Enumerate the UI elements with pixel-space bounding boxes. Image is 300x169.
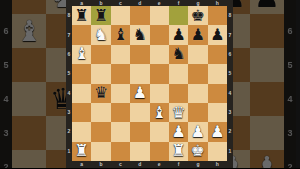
square-b4[interactable]: ♛ (91, 84, 110, 103)
square-g5[interactable] (188, 64, 207, 83)
square-f8[interactable] (169, 6, 188, 25)
square-c7[interactable]: ♝ (111, 25, 130, 44)
square-f3[interactable]: ♛ (169, 103, 188, 122)
black-knight-f6[interactable]: ♞ (171, 46, 185, 62)
square-h6[interactable] (208, 45, 227, 64)
square-d1[interactable] (130, 142, 149, 161)
rank-label-7-right: 7 (284, 0, 296, 14)
white-pawn-h2: ♟ (254, 153, 280, 169)
square-b1[interactable] (91, 142, 110, 161)
rank-label-6-right: 6 (227, 45, 233, 64)
file-label-h-bottom: h (208, 161, 227, 168)
square-g4[interactable] (188, 84, 207, 103)
rank-label-2-right: 2 (284, 150, 296, 168)
black-pawn-g7[interactable]: ♟ (191, 27, 205, 43)
square-d7[interactable]: ♞ (130, 25, 149, 44)
file-label-e-bottom: e (150, 161, 169, 168)
square-h7[interactable]: ♟ (208, 25, 227, 44)
file-label-a-bottom: a (72, 161, 91, 168)
square-g8[interactable]: ♚ (188, 6, 207, 25)
white-knight-b7[interactable]: ♞ (94, 27, 108, 43)
white-bishop-a6: ♝ (16, 17, 42, 46)
square-g3[interactable] (188, 103, 207, 122)
white-bishop-a6[interactable]: ♝ (75, 46, 89, 62)
black-queen-b4[interactable]: ♛ (94, 85, 108, 101)
square-h4 (250, 82, 284, 116)
square-h4[interactable] (208, 84, 227, 103)
rank-label-5-left: 5 (0, 48, 12, 82)
square-g6[interactable] (188, 45, 207, 64)
file-label-b-bottom: b (91, 161, 110, 168)
square-b5[interactable] (91, 64, 110, 83)
square-d6[interactable] (130, 45, 149, 64)
square-g7[interactable]: ♟ (188, 25, 207, 44)
square-a1[interactable]: ♜ (72, 142, 91, 161)
black-rook-a8[interactable]: ♜ (75, 8, 89, 24)
square-a8[interactable]: ♜ (72, 6, 91, 25)
square-h8[interactable] (208, 6, 227, 25)
white-rook-a1[interactable]: ♜ (75, 143, 89, 159)
black-pawn-h7: ♟ (254, 0, 280, 12)
square-d5[interactable] (130, 64, 149, 83)
square-f7[interactable]: ♟ (169, 25, 188, 44)
square-g1[interactable]: ♚ (188, 142, 207, 161)
square-h3[interactable] (208, 103, 227, 122)
file-label-d-bottom: d (130, 161, 149, 168)
square-e4[interactable] (150, 84, 169, 103)
black-rook-b8[interactable]: ♜ (94, 8, 108, 24)
square-a2[interactable] (72, 122, 91, 141)
square-e5[interactable] (150, 64, 169, 83)
rank-label-3-right: 3 (227, 103, 233, 122)
square-b2[interactable] (91, 122, 110, 141)
video-frame: abcdefgh8♜♜♚87♞♝♞♟♟♟76♝♞6554♛♟43♝♛32♟♟♟2… (0, 0, 300, 168)
square-c3[interactable] (111, 103, 130, 122)
rank-label-2-left: 2 (0, 150, 12, 168)
square-h7: ♟ (250, 0, 284, 14)
chess-board: abcdefgh8♜♜♚87♞♝♞♟♟♟76♝♞6554♛♟43♝♛32♟♟♟2… (66, 0, 233, 168)
square-d2[interactable] (130, 122, 149, 141)
square-d8[interactable] (130, 6, 149, 25)
white-queen-f3[interactable]: ♛ (171, 105, 185, 121)
black-bishop-c7[interactable]: ♝ (113, 27, 127, 43)
square-e7[interactable] (150, 25, 169, 44)
white-pawn-g2[interactable]: ♟ (191, 124, 205, 140)
square-b3[interactable] (91, 103, 110, 122)
square-c5[interactable] (111, 64, 130, 83)
black-king-g8[interactable]: ♚ (191, 8, 205, 24)
white-rook-f1[interactable]: ♜ (171, 143, 185, 159)
square-h2[interactable]: ♟ (208, 122, 227, 141)
square-a4[interactable] (72, 84, 91, 103)
square-e8[interactable] (150, 6, 169, 25)
square-h6 (250, 14, 284, 48)
square-d4[interactable]: ♟ (130, 84, 149, 103)
white-king-g1[interactable]: ♚ (191, 143, 205, 159)
square-a6[interactable]: ♝ (72, 45, 91, 64)
rank-label-5-right: 5 (284, 48, 296, 82)
black-pawn-h7[interactable]: ♟ (210, 27, 224, 43)
square-c1[interactable] (111, 142, 130, 161)
square-e3[interactable]: ♝ (150, 103, 169, 122)
square-g2[interactable]: ♟ (188, 122, 207, 141)
rank-label-5-right: 5 (227, 64, 233, 83)
square-f6[interactable]: ♞ (169, 45, 188, 64)
square-h5 (250, 48, 284, 82)
rank-label-6-right: 6 (284, 14, 296, 48)
rank-label-8-right: 8 (227, 6, 233, 25)
rank-label-4-right: 4 (227, 84, 233, 103)
square-f5[interactable] (169, 64, 188, 83)
square-a3[interactable] (72, 103, 91, 122)
rank-label-3-right: 3 (284, 116, 296, 150)
square-f1[interactable]: ♜ (169, 142, 188, 161)
square-h3 (250, 116, 284, 150)
rank-label-1-right: 1 (227, 142, 233, 161)
rank-label-7-right: 7 (227, 25, 233, 44)
square-h5[interactable] (208, 64, 227, 83)
black-knight-d7[interactable]: ♞ (133, 27, 147, 43)
square-c8[interactable] (111, 6, 130, 25)
square-c6[interactable] (111, 45, 130, 64)
white-pawn-f2[interactable]: ♟ (171, 124, 185, 140)
square-a7 (12, 0, 46, 14)
rank-label-7-left: 7 (0, 0, 12, 14)
square-h1[interactable] (208, 142, 227, 161)
square-a4 (12, 82, 46, 116)
square-b6[interactable] (91, 45, 110, 64)
rank-label-6-left: 6 (0, 14, 12, 48)
square-f2[interactable]: ♟ (169, 122, 188, 141)
square-a5[interactable] (72, 64, 91, 83)
square-b8[interactable]: ♜ (91, 6, 110, 25)
black-pawn-f7[interactable]: ♟ (171, 27, 185, 43)
file-label-c-bottom: c (111, 161, 130, 168)
rank-label-4-right: 4 (284, 82, 296, 116)
square-a5 (12, 48, 46, 82)
square-h2: ♟ (250, 150, 284, 168)
square-d3[interactable] (130, 103, 149, 122)
file-label-g-bottom: g (188, 161, 207, 168)
square-e2[interactable] (150, 122, 169, 141)
board-corner (227, 161, 233, 168)
rank-label-3-left: 3 (0, 116, 12, 150)
white-pawn-h2[interactable]: ♟ (210, 124, 224, 140)
white-bishop-e3[interactable]: ♝ (152, 105, 166, 121)
square-a3 (12, 116, 46, 150)
rank-label-2-right: 2 (227, 122, 233, 141)
square-b7[interactable]: ♞ (91, 25, 110, 44)
square-e6[interactable] (150, 45, 169, 64)
square-c4[interactable] (111, 84, 130, 103)
square-e1[interactable] (150, 142, 169, 161)
square-c2[interactable] (111, 122, 130, 141)
square-a7[interactable] (72, 25, 91, 44)
square-a2 (12, 150, 46, 168)
square-a6: ♝ (12, 14, 46, 48)
white-pawn-d4[interactable]: ♟ (133, 85, 147, 101)
file-label-f-bottom: f (169, 161, 188, 168)
square-f4[interactable] (169, 84, 188, 103)
rank-label-4-left: 4 (0, 82, 12, 116)
